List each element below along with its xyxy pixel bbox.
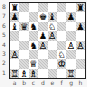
- rank-label-7: 7: [0, 11, 8, 20]
- white-pawn: ♙: [76, 41, 85, 50]
- file-label-b: b: [19, 79, 28, 87]
- square-e1[interactable]: [48, 69, 57, 78]
- square-h4[interactable]: ♙: [76, 41, 85, 50]
- square-e5[interactable]: ♙: [48, 31, 57, 40]
- white-pawn: ♙: [38, 41, 47, 50]
- square-a1[interactable]: ♖: [10, 69, 19, 78]
- file-labels: abcdefgh: [10, 79, 85, 87]
- file-label-g: g: [66, 79, 75, 87]
- square-b1[interactable]: ♗: [19, 69, 28, 78]
- rank-label-8: 8: [0, 2, 8, 11]
- white-bishop: ♗: [19, 69, 28, 78]
- square-c1[interactable]: ♗: [29, 69, 38, 78]
- square-e4[interactable]: [48, 41, 57, 50]
- square-f7[interactable]: [57, 12, 66, 21]
- square-h8[interactable]: ♜: [76, 3, 85, 12]
- white-pawn: ♙: [48, 31, 57, 40]
- file-label-c: c: [29, 79, 38, 87]
- square-b4[interactable]: [19, 41, 28, 50]
- file-label-f: f: [57, 79, 66, 87]
- chess-board: ♜♜♟♚♝♟♝♛♞♘♟♟♙♞♙♙♙♙♘♕♔♖♗♗♖: [9, 2, 86, 79]
- white-rook: ♖: [10, 69, 19, 78]
- square-g7[interactable]: ♟: [66, 12, 75, 21]
- rank-label-2: 2: [0, 58, 8, 67]
- black-pawn: ♟: [66, 12, 75, 21]
- square-d3[interactable]: [38, 50, 47, 59]
- rank-label-3: 3: [0, 49, 8, 58]
- black-pawn: ♟: [76, 22, 85, 31]
- square-d4[interactable]: ♙: [38, 41, 47, 50]
- square-d2[interactable]: [38, 59, 47, 68]
- square-e3[interactable]: [48, 50, 57, 59]
- black-rook: ♜: [76, 3, 85, 12]
- file-label-a: a: [10, 79, 19, 87]
- square-f5[interactable]: [57, 31, 66, 40]
- square-g3[interactable]: [66, 50, 75, 59]
- black-knight: ♞: [29, 22, 38, 31]
- rank-label-6: 6: [0, 21, 8, 30]
- square-h1[interactable]: [76, 69, 85, 78]
- chess-diagram: 87654321 ♜♜♟♚♝♟♝♛♞♘♟♟♙♞♙♙♙♙♘♕♔♖♗♗♖ abcde…: [0, 0, 87, 87]
- square-b3[interactable]: [19, 50, 28, 59]
- rank-label-5: 5: [0, 30, 8, 39]
- square-b5[interactable]: [19, 31, 28, 40]
- black-queen: ♛: [19, 22, 28, 31]
- square-g6[interactable]: [66, 22, 75, 31]
- file-label-e: e: [48, 79, 57, 87]
- square-a6[interactable]: ♝: [10, 22, 19, 31]
- square-h6[interactable]: ♟: [76, 22, 85, 31]
- file-label-d: d: [38, 79, 47, 87]
- square-b8[interactable]: [19, 3, 28, 12]
- square-b6[interactable]: ♛: [19, 22, 28, 31]
- rank-label-1: 1: [0, 68, 8, 77]
- square-c4[interactable]: ♞: [29, 41, 38, 50]
- white-bishop: ♗: [29, 69, 38, 78]
- square-f2[interactable]: ♔: [57, 59, 66, 68]
- white-pawn: ♙: [10, 50, 19, 59]
- black-king: ♚: [38, 12, 47, 21]
- square-a5[interactable]: [10, 31, 19, 40]
- square-f6[interactable]: [57, 22, 66, 31]
- white-rook: ♖: [66, 69, 75, 78]
- file-label-h: h: [76, 79, 85, 87]
- rank-label-4: 4: [0, 40, 8, 49]
- square-e2[interactable]: [48, 59, 57, 68]
- square-c6[interactable]: ♞: [29, 22, 38, 31]
- square-f1[interactable]: [57, 69, 66, 78]
- white-king: ♔: [57, 59, 66, 68]
- rank-labels: 87654321: [0, 2, 8, 77]
- black-knight: ♞: [29, 41, 38, 50]
- square-d7[interactable]: ♚: [38, 12, 47, 21]
- square-g4[interactable]: ♙: [66, 41, 75, 50]
- square-c8[interactable]: [29, 3, 38, 12]
- square-g1[interactable]: ♖: [66, 69, 75, 78]
- square-f8[interactable]: [57, 3, 66, 12]
- square-a3[interactable]: ♙: [10, 50, 19, 59]
- white-pawn: ♙: [66, 41, 75, 50]
- square-h2[interactable]: [76, 59, 85, 68]
- square-h3[interactable]: [76, 50, 85, 59]
- square-d1[interactable]: [38, 69, 47, 78]
- black-bishop: ♝: [10, 22, 19, 31]
